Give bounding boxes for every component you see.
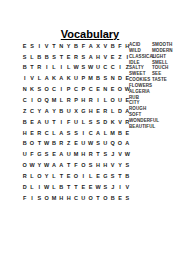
grid-cell: T (50, 41, 57, 52)
grid-cell: L (28, 171, 35, 182)
grid-cell: E (80, 182, 87, 193)
grid-cell: E (50, 150, 57, 161)
grid-cell: S (102, 182, 109, 193)
grid-cell: R (58, 139, 65, 150)
grid-cell: I (80, 128, 87, 139)
grid-cell: X (72, 106, 79, 117)
grid-cell: O (116, 139, 123, 150)
grid-cell: F (21, 193, 28, 204)
grid-cell: T (65, 161, 72, 172)
grid-cell: E (65, 171, 72, 182)
grid-cell: N (58, 41, 65, 52)
grid-cell: W (28, 161, 35, 172)
grid-cell: U (80, 139, 87, 150)
grid-cell: B (94, 74, 101, 85)
grid-cell: B (109, 41, 116, 52)
grid-cell: S (65, 128, 72, 139)
grid-cell: T (58, 52, 65, 63)
grid-cell: D (116, 106, 123, 117)
grid-cell: S (124, 193, 131, 204)
grid-cell: A (58, 128, 65, 139)
grid-cell: E (87, 182, 94, 193)
grid-cell: L (28, 52, 35, 63)
grid-cell: I (94, 95, 101, 106)
grid-cell: J (109, 182, 116, 193)
word-list-item: SMOOTH (152, 42, 173, 48)
grid-cell: H (94, 161, 101, 172)
grid-cell: O (102, 193, 109, 204)
grid-cell: K (109, 117, 116, 128)
grid-cell: B (124, 171, 131, 182)
grid-cell: E (28, 128, 35, 139)
grid-cell: W (43, 139, 50, 150)
grid-cell: U (80, 193, 87, 204)
grid-cell: V (28, 74, 35, 85)
grid-cell: T (58, 171, 65, 182)
grid-cell: O (80, 161, 87, 172)
grid-cell: R (72, 52, 79, 63)
grid-cell: L (50, 128, 57, 139)
worksheet-page: Vocabulary ESIVTNYBFAXVBFHSLBBSTERSAHVEZ… (0, 0, 180, 256)
grid-cell: A (87, 52, 94, 63)
grid-cell: H (87, 106, 94, 117)
grid-cell: A (58, 150, 65, 161)
grid-cell: F (28, 150, 35, 161)
grid-cell: U (94, 63, 101, 74)
grid-cell: A (50, 161, 57, 172)
grid-cell: R (87, 150, 94, 161)
grid-cell: G (80, 106, 87, 117)
grid-cell: M (72, 150, 79, 161)
grid-cell: Q (43, 95, 50, 106)
grid-cell: D (116, 74, 123, 85)
grid-cell: U (21, 150, 28, 161)
grid-cell: V (124, 182, 131, 193)
grid-cell: B (109, 193, 116, 204)
grid-cell: V (102, 52, 109, 63)
grid-cell: B (58, 182, 65, 193)
grid-cell: F (80, 41, 87, 52)
grid-cell: F (72, 161, 79, 172)
grid-cell: S (102, 74, 109, 85)
grid-cell: B (43, 52, 50, 63)
grid-cell: S (87, 117, 94, 128)
grid-cell: A (58, 74, 65, 85)
word-list-item: MODERN (152, 48, 173, 54)
grid-cell: L (102, 128, 109, 139)
grid-cell: H (94, 52, 101, 63)
grid-cell: R (36, 128, 43, 139)
grid-cell: L (58, 95, 65, 106)
grid-cell: S (50, 52, 57, 63)
grid-cell: L (87, 171, 94, 182)
grid-cell: A (87, 41, 94, 52)
word-search-grid: ESIVTNYBFAXVBFHSLBBSTERSAHVEZIBTRILILWSW… (21, 41, 131, 204)
grid-cell: Y (65, 41, 72, 52)
grid-cell: O (43, 193, 50, 204)
grid-cell: L (50, 171, 57, 182)
grid-cell: A (43, 106, 50, 117)
grid-cell: E (109, 84, 116, 95)
grid-cell: D (21, 182, 28, 193)
grid-cell: Y (116, 161, 123, 172)
word-list-item: BEAUTIFUL (129, 124, 159, 130)
grid-cell: S (21, 52, 28, 63)
grid-cell: T (116, 171, 123, 182)
grid-cell: Y (43, 171, 50, 182)
grid-cell: C (102, 63, 109, 74)
grid-cell: C (72, 84, 79, 95)
grid-cell: L (102, 95, 109, 106)
grid-cell: Y (36, 161, 43, 172)
word-list-item: TASTE (152, 77, 173, 83)
grid-cell: T (94, 150, 101, 161)
grid-cell: C (87, 128, 94, 139)
grid-cell: O (109, 95, 116, 106)
grid-cell: C (109, 63, 116, 74)
grid-cell: B (58, 106, 65, 117)
grid-cell: O (87, 193, 94, 204)
grid-cell: K (28, 84, 35, 95)
grid-cell: C (50, 84, 57, 95)
grid-cell: B (50, 139, 57, 150)
grid-cell: S (43, 150, 50, 161)
grid-cell: T (36, 139, 43, 150)
grid-cell: L (36, 74, 43, 85)
grid-cell: H (80, 150, 87, 161)
grid-cell: N (102, 84, 109, 95)
grid-cell: F (116, 41, 123, 52)
grid-cell: C (28, 106, 35, 117)
grid-cell: L (109, 106, 116, 117)
grid-cell: V (109, 161, 116, 172)
grid-cell: M (109, 128, 116, 139)
grid-cell: G (36, 150, 43, 161)
grid-cell: H (80, 95, 87, 106)
grid-cell: E (94, 171, 101, 182)
grid-cell: H (65, 193, 72, 204)
grid-cell: T (94, 193, 101, 204)
grid-cell: T (72, 182, 79, 193)
grid-cell: N (109, 74, 116, 85)
grid-cell: O (43, 84, 50, 95)
grid-cell: E (72, 139, 79, 150)
grid-cell: P (72, 95, 79, 106)
word-list-item: WONDERFUL (129, 118, 159, 124)
grid-cell: C (43, 128, 50, 139)
grid-cell: K (50, 74, 57, 85)
grid-cell: E (28, 117, 35, 128)
grid-cell: I (21, 74, 28, 85)
grid-cell: G (102, 171, 109, 182)
grid-cell: R (65, 95, 72, 106)
grid-cell: B (36, 52, 43, 63)
grid-cell: L (28, 182, 35, 193)
grid-cell: I (28, 193, 35, 204)
grid-cell: U (72, 117, 79, 128)
grid-cell: E (116, 193, 123, 204)
grid-cell: L (80, 117, 87, 128)
grid-cell: S (72, 128, 79, 139)
grid-cell: C (21, 95, 28, 106)
grid-cell: T (65, 182, 72, 193)
grid-cell: V (116, 117, 123, 128)
grid-cell: V (102, 41, 109, 52)
grid-cell: D (102, 117, 109, 128)
grid-cell: O (36, 171, 43, 182)
grid-cell: N (21, 84, 28, 95)
grid-cell: A (43, 74, 50, 85)
grid-cell: B (72, 41, 79, 52)
grid-cell: T (50, 117, 57, 128)
grid-cell: B (21, 117, 28, 128)
grid-cell: W (124, 150, 131, 161)
grid-cell: Y (36, 106, 43, 117)
grid-cell: U (116, 95, 123, 106)
grid-cell: O (116, 84, 123, 95)
grid-cell: A (58, 161, 65, 172)
grid-cell: R (36, 63, 43, 74)
grid-cell: I (58, 84, 65, 95)
grid-cell: V (116, 150, 123, 161)
grid-cell: R (102, 106, 109, 117)
grid-cell: E (94, 84, 101, 95)
grid-cell: R (87, 95, 94, 106)
grid-cell: U (72, 74, 79, 85)
grid-cell: J (109, 150, 116, 161)
grid-cell: W (87, 139, 94, 150)
grid-cell: X (94, 41, 101, 52)
grid-cell: R (21, 171, 28, 182)
grid-cell: A (94, 128, 101, 139)
grid-cell: P (80, 84, 87, 95)
grid-cell: S (102, 150, 109, 161)
grid-cell: P (80, 74, 87, 85)
grid-cell: O (21, 161, 28, 172)
grid-cell: W (87, 63, 94, 74)
grid-cell: U (43, 117, 50, 128)
grid-cell: B (21, 63, 28, 74)
grid-cell: S (28, 41, 35, 52)
grid-cell: A (124, 139, 131, 150)
grid-cell: I (28, 95, 35, 106)
grid-cell: L (65, 63, 72, 74)
grid-cell: W (72, 63, 79, 74)
grid-cell: S (124, 161, 131, 172)
grid-cell: O (72, 171, 79, 182)
grid-cell: U (65, 106, 72, 117)
grid-cell: F (65, 117, 72, 128)
grid-cell: I (58, 63, 65, 74)
grid-cell: U (102, 139, 109, 150)
grid-cell: Z (21, 106, 28, 117)
grid-cell: S (36, 84, 43, 95)
grid-cell: B (21, 139, 28, 150)
grid-cell: C (72, 193, 79, 204)
grid-cell: S (109, 171, 116, 182)
grid-cell: W (43, 182, 50, 193)
grid-cell: I (116, 63, 123, 74)
grid-cell: S (87, 161, 94, 172)
grid-cell: Q (109, 139, 116, 150)
grid-cell: B (116, 128, 123, 139)
grid-cell: M (50, 193, 57, 204)
grid-cell: Z (116, 52, 123, 63)
grid-cell: I (43, 63, 50, 74)
grid-cell: L (50, 63, 57, 74)
grid-cell: S (94, 117, 101, 128)
grid-cell: I (80, 171, 87, 182)
grid-cell: H (102, 161, 109, 172)
grid-cell: O (36, 95, 43, 106)
grid-cell: U (65, 150, 72, 161)
grid-cell: L (50, 182, 57, 193)
grid-cell: E (94, 106, 101, 117)
grid-cell: K (65, 74, 72, 85)
grid-cell: S (80, 52, 87, 63)
grid-cell: H (58, 193, 65, 204)
grid-cell: C (87, 84, 94, 95)
grid-cell: Y (50, 106, 57, 117)
grid-cell: W (94, 182, 101, 193)
grid-cell: T (28, 63, 35, 74)
grid-cell: I (36, 41, 43, 52)
grid-cell: V (43, 41, 50, 52)
grid-cell: S (36, 193, 43, 204)
word-list-column-2: SMOOTHMODERNLIGHTSMELLTOUCHSEETASTE (152, 42, 173, 83)
grid-cell: E (21, 41, 28, 52)
puzzle-title: Vocabulary (0, 28, 180, 40)
grid-cell: A (36, 117, 43, 128)
grid-cell: M (50, 95, 57, 106)
grid-cell: I (116, 182, 123, 193)
grid-cell: I (36, 182, 43, 193)
grid-cell: S (80, 63, 87, 74)
grid-cell: H (21, 128, 28, 139)
grid-cell: I (58, 117, 65, 128)
grid-cell: P (65, 84, 72, 95)
grid-cell: O (28, 139, 35, 150)
grid-cell: S (94, 139, 101, 150)
grid-cell: E (65, 52, 72, 63)
grid-cell: Z (65, 139, 72, 150)
grid-cell: E (109, 52, 116, 63)
grid-cell: W (43, 161, 50, 172)
grid-cell: M (87, 74, 94, 85)
